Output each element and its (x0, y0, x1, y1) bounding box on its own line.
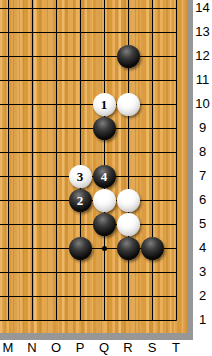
row-coordinate-label-3: 3 (193, 264, 212, 280)
board-intersection-p5[interactable] (68, 212, 92, 236)
row-coordinate-label-8: 8 (193, 144, 212, 160)
board-intersection-t13[interactable] (164, 20, 188, 44)
row-coordinate-label-5: 5 (193, 216, 212, 232)
board-intersection-o5[interactable] (44, 212, 68, 236)
black-stone-q5[interactable] (93, 213, 116, 236)
column-coordinate-label-s: S (142, 340, 162, 356)
row-coordinate-label-6: 6 (193, 192, 212, 208)
board-intersection-r5[interactable] (116, 212, 140, 236)
board-intersection-s8[interactable] (140, 140, 164, 164)
star-point-q4 (102, 246, 107, 251)
board-intersection-r14[interactable] (116, 0, 140, 20)
board-intersection-n10[interactable] (20, 92, 44, 116)
black-stone-s4[interactable] (141, 237, 164, 260)
board-intersection-r13[interactable] (116, 20, 140, 44)
board-intersection-m12[interactable] (0, 44, 20, 68)
board-intersection-t3[interactable] (164, 260, 188, 284)
board-intersection-s14[interactable] (140, 0, 164, 20)
board-intersection-q11[interactable] (92, 68, 116, 92)
board-intersection-s11[interactable] (140, 68, 164, 92)
board-intersection-o14[interactable] (44, 0, 68, 20)
board-intersection-s2[interactable] (140, 284, 164, 308)
black-stone-p6[interactable]: 2 (69, 189, 92, 212)
board-intersection-p3[interactable] (68, 260, 92, 284)
board-intersection-s10[interactable] (140, 92, 164, 116)
board-intersection-q7[interactable]: 4 (92, 164, 116, 188)
board-intersection-m9[interactable] (0, 116, 20, 140)
board-intersection-s7[interactable] (140, 164, 164, 188)
board-intersection-p6[interactable]: 2 (68, 188, 92, 212)
column-coordinate-label-q: Q (94, 340, 114, 356)
board-intersection-p7[interactable]: 3 (68, 164, 92, 188)
board-intersection-q1[interactable] (92, 308, 116, 332)
board-grid: 1342 (0, 0, 188, 332)
board-intersection-t8[interactable] (164, 140, 188, 164)
board-intersection-n6[interactable] (20, 188, 44, 212)
board-intersection-r11[interactable] (116, 68, 140, 92)
board-intersection-s12[interactable] (140, 44, 164, 68)
board-intersection-n3[interactable] (20, 260, 44, 284)
white-stone-p7[interactable]: 3 (69, 165, 92, 188)
row-coordinate-label-12: 12 (193, 48, 212, 64)
board-intersection-p11[interactable] (68, 68, 92, 92)
board-intersection-s13[interactable] (140, 20, 164, 44)
board-intersection-n9[interactable] (20, 116, 44, 140)
board-intersection-r10[interactable] (116, 92, 140, 116)
board-intersection-s4[interactable] (140, 236, 164, 260)
board-intersection-q12[interactable] (92, 44, 116, 68)
board-intersection-o4[interactable] (44, 236, 68, 260)
go-diagram: 1342 1413121110987654321 MNOPQRST (0, 0, 212, 356)
board-intersection-p8[interactable] (68, 140, 92, 164)
board-intersection-s9[interactable] (140, 116, 164, 140)
black-stone-r12[interactable] (117, 45, 140, 68)
board-intersection-p12[interactable] (68, 44, 92, 68)
column-coordinate-label-p: P (70, 340, 90, 356)
board-intersection-q2[interactable] (92, 284, 116, 308)
board-intersection-r6[interactable] (116, 188, 140, 212)
board-intersection-r8[interactable] (116, 140, 140, 164)
move-number-label: 1 (101, 93, 108, 116)
row-coordinate-label-2: 2 (193, 288, 212, 304)
black-stone-q9[interactable] (93, 117, 116, 140)
board-intersection-p9[interactable] (68, 116, 92, 140)
board-intersection-t11[interactable] (164, 68, 188, 92)
white-stone-r10[interactable] (117, 93, 140, 116)
row-coordinate-label-7: 7 (193, 168, 212, 184)
board-intersection-q4[interactable] (92, 236, 116, 260)
board-intersection-n1[interactable] (20, 308, 44, 332)
board-intersection-m10[interactable] (0, 92, 20, 116)
board-intersection-s1[interactable] (140, 308, 164, 332)
board-intersection-r4[interactable] (116, 236, 140, 260)
board-intersection-m14[interactable] (0, 0, 20, 20)
row-coordinate-label-1: 1 (193, 312, 212, 328)
column-coordinate-label-o: O (46, 340, 66, 356)
row-coordinate-label-11: 11 (193, 72, 212, 88)
column-coordinate-label-r: R (118, 340, 138, 356)
board-intersection-m2[interactable] (0, 284, 20, 308)
board-intersection-n11[interactable] (20, 68, 44, 92)
board-intersection-o8[interactable] (44, 140, 68, 164)
board-intersection-p2[interactable] (68, 284, 92, 308)
board-intersection-q10[interactable]: 1 (92, 92, 116, 116)
board-intersection-t4[interactable] (164, 236, 188, 260)
board-intersection-n14[interactable] (20, 0, 44, 20)
white-stone-r5[interactable] (117, 213, 140, 236)
board-intersection-t5[interactable] (164, 212, 188, 236)
row-coordinate-label-10: 10 (193, 96, 212, 112)
board-intersection-r12[interactable] (116, 44, 140, 68)
board-intersection-t10[interactable] (164, 92, 188, 116)
board-intersection-o13[interactable] (44, 20, 68, 44)
board-intersection-m1[interactable] (0, 308, 20, 332)
black-stone-r4[interactable] (117, 237, 140, 260)
board-intersection-m3[interactable] (0, 260, 20, 284)
board-intersection-q6[interactable] (92, 188, 116, 212)
board-intersection-m13[interactable] (0, 20, 20, 44)
board-intersection-t12[interactable] (164, 44, 188, 68)
board-intersection-o3[interactable] (44, 260, 68, 284)
board-intersection-r1[interactable] (116, 308, 140, 332)
board-intersection-p4[interactable] (68, 236, 92, 260)
board-intersection-o10[interactable] (44, 92, 68, 116)
board-intersection-n12[interactable] (20, 44, 44, 68)
board-intersection-s3[interactable] (140, 260, 164, 284)
board-intersection-s5[interactable] (140, 212, 164, 236)
board-intersection-q8[interactable] (92, 140, 116, 164)
board-intersection-o11[interactable] (44, 68, 68, 92)
board-intersection-m5[interactable] (0, 212, 20, 236)
board-intersection-r3[interactable] (116, 260, 140, 284)
white-stone-q10[interactable]: 1 (93, 93, 116, 116)
board-intersection-q9[interactable] (92, 116, 116, 140)
board-intersection-r7[interactable] (116, 164, 140, 188)
row-coordinate-label-4: 4 (193, 240, 212, 256)
board-intersection-r9[interactable] (116, 116, 140, 140)
board-intersection-t2[interactable] (164, 284, 188, 308)
row-coordinate-label-9: 9 (193, 120, 212, 136)
board-intersection-n8[interactable] (20, 140, 44, 164)
board-intersection-q3[interactable] (92, 260, 116, 284)
board-intersection-m8[interactable] (0, 140, 20, 164)
row-coordinate-label-13: 13 (193, 24, 212, 40)
board-intersection-o12[interactable] (44, 44, 68, 68)
column-coordinate-label-t: T (166, 340, 186, 356)
row-coordinate-label-14: 14 (193, 0, 212, 16)
board-intersection-m11[interactable] (0, 68, 20, 92)
board-intersection-n2[interactable] (20, 284, 44, 308)
black-stone-p4[interactable] (69, 237, 92, 260)
board-intersection-t9[interactable] (164, 116, 188, 140)
board-intersection-o7[interactable] (44, 164, 68, 188)
white-stone-q6[interactable] (93, 189, 116, 212)
board-intersection-m6[interactable] (0, 188, 20, 212)
board-intersection-s6[interactable] (140, 188, 164, 212)
board-intersection-p14[interactable] (68, 0, 92, 20)
black-stone-q7[interactable]: 4 (93, 165, 116, 188)
board-intersection-q5[interactable] (92, 212, 116, 236)
board-intersection-r2[interactable] (116, 284, 140, 308)
board-intersection-t6[interactable] (164, 188, 188, 212)
board-intersection-q13[interactable] (92, 20, 116, 44)
board-intersection-p1[interactable] (68, 308, 92, 332)
board-intersection-q14[interactable] (92, 0, 116, 20)
board-intersection-m4[interactable] (0, 236, 20, 260)
column-coordinate-label-m: M (0, 340, 18, 356)
move-number-label: 4 (101, 165, 108, 188)
move-number-label: 3 (77, 165, 84, 188)
board-intersection-t7[interactable] (164, 164, 188, 188)
board-intersection-p10[interactable] (68, 92, 92, 116)
board-intersection-o1[interactable] (44, 308, 68, 332)
board-intersection-p13[interactable] (68, 20, 92, 44)
go-board: 1342 (0, 0, 193, 340)
white-stone-r6[interactable] (117, 189, 140, 212)
board-intersection-t14[interactable] (164, 0, 188, 20)
column-coordinate-label-n: N (22, 340, 42, 356)
board-intersection-o2[interactable] (44, 284, 68, 308)
board-intersection-n13[interactable] (20, 20, 44, 44)
board-intersection-m7[interactable] (0, 164, 20, 188)
move-number-label: 2 (77, 189, 84, 212)
board-intersection-n5[interactable] (20, 212, 44, 236)
board-intersection-t1[interactable] (164, 308, 188, 332)
board-intersection-o6[interactable] (44, 188, 68, 212)
board-intersection-n7[interactable] (20, 164, 44, 188)
board-intersection-o9[interactable] (44, 116, 68, 140)
board-intersection-n4[interactable] (20, 236, 44, 260)
